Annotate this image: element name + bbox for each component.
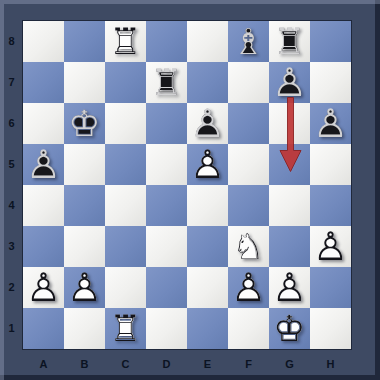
square-e6[interactable]: ♟♙: [187, 103, 228, 144]
piece-black-pawn[interactable]: ♟♙: [23, 144, 64, 185]
file-label-e: E: [187, 352, 228, 376]
file-label-a: A: [23, 352, 64, 376]
piece-white-rook[interactable]: ♜♖: [105, 21, 146, 62]
square-f4[interactable]: [228, 185, 269, 226]
square-e4[interactable]: [187, 185, 228, 226]
board: ♜♖♝♗♜♖♜♖♟♙♚♔♟♙♟♙♟♙♟♙♞♘♟♙♟♙♟♙♟♙♟♙♜♖♚♔: [23, 21, 351, 349]
square-a5[interactable]: ♟♙: [23, 144, 64, 185]
square-b4[interactable]: [64, 185, 105, 226]
piece-white-pawn[interactable]: ♟♙: [269, 267, 310, 308]
black-rook-outline: ♖: [146, 62, 187, 103]
square-c8[interactable]: ♜♖: [105, 21, 146, 62]
black-pawn-outline: ♙: [187, 103, 228, 144]
black-rook-outline: ♖: [269, 21, 310, 62]
square-d6[interactable]: [146, 103, 187, 144]
square-g3[interactable]: [269, 226, 310, 267]
square-h4[interactable]: [310, 185, 351, 226]
white-pawn-outline: ♙: [23, 267, 64, 308]
square-d1[interactable]: [146, 308, 187, 349]
file-label-c: C: [105, 352, 146, 376]
square-h2[interactable]: [310, 267, 351, 308]
square-h1[interactable]: [310, 308, 351, 349]
square-f3[interactable]: ♞♘: [228, 226, 269, 267]
square-g1[interactable]: ♚♔: [269, 308, 310, 349]
square-e3[interactable]: [187, 226, 228, 267]
file-label-d: D: [146, 352, 187, 376]
square-a1[interactable]: [23, 308, 64, 349]
white-rook-outline: ♖: [105, 308, 146, 349]
rank-label-1: 1: [0, 308, 23, 349]
square-b5[interactable]: [64, 144, 105, 185]
rank-label-3: 3: [0, 226, 23, 267]
piece-white-rook[interactable]: ♜♖: [105, 308, 146, 349]
piece-black-rook[interactable]: ♜♖: [269, 21, 310, 62]
square-a7[interactable]: [23, 62, 64, 103]
square-g7[interactable]: ♟♙: [269, 62, 310, 103]
rank-label-7: 7: [0, 62, 23, 103]
chessboard-frame: ♜♖♝♗♜♖♜♖♟♙♚♔♟♙♟♙♟♙♟♙♞♘♟♙♟♙♟♙♟♙♟♙♜♖♚♔ 876…: [0, 0, 380, 380]
square-c2[interactable]: [105, 267, 146, 308]
square-f2[interactable]: ♟♙: [228, 267, 269, 308]
square-h5[interactable]: [310, 144, 351, 185]
square-g4[interactable]: [269, 185, 310, 226]
square-e2[interactable]: [187, 267, 228, 308]
rank-label-2: 2: [0, 267, 23, 308]
white-pawn-outline: ♙: [310, 226, 351, 267]
black-pawn-outline: ♙: [269, 62, 310, 103]
square-b2[interactable]: ♟♙: [64, 267, 105, 308]
piece-white-pawn[interactable]: ♟♙: [64, 267, 105, 308]
square-f6[interactable]: [228, 103, 269, 144]
white-king-outline: ♔: [269, 308, 310, 349]
black-pawn-outline: ♙: [23, 144, 64, 185]
square-d5[interactable]: [146, 144, 187, 185]
piece-black-pawn[interactable]: ♟♙: [187, 103, 228, 144]
black-king-outline: ♔: [64, 103, 105, 144]
piece-white-pawn[interactable]: ♟♙: [228, 267, 269, 308]
square-g8[interactable]: ♜♖: [269, 21, 310, 62]
white-pawn-outline: ♙: [64, 267, 105, 308]
square-c6[interactable]: [105, 103, 146, 144]
square-f8[interactable]: ♝♗: [228, 21, 269, 62]
rank-label-8: 8: [0, 21, 23, 62]
square-c1[interactable]: ♜♖: [105, 308, 146, 349]
square-d4[interactable]: [146, 185, 187, 226]
square-h6[interactable]: ♟♙: [310, 103, 351, 144]
square-a4[interactable]: [23, 185, 64, 226]
black-bishop-outline: ♗: [228, 21, 269, 62]
square-d2[interactable]: [146, 267, 187, 308]
square-g2[interactable]: ♟♙: [269, 267, 310, 308]
piece-black-bishop[interactable]: ♝♗: [228, 21, 269, 62]
square-a3[interactable]: [23, 226, 64, 267]
square-a2[interactable]: ♟♙: [23, 267, 64, 308]
square-e1[interactable]: [187, 308, 228, 349]
rank-label-5: 5: [0, 144, 23, 185]
square-b8[interactable]: [64, 21, 105, 62]
square-f1[interactable]: [228, 308, 269, 349]
white-pawn-outline: ♙: [269, 267, 310, 308]
rank-label-6: 6: [0, 103, 23, 144]
square-h8[interactable]: [310, 21, 351, 62]
square-g5[interactable]: [269, 144, 310, 185]
piece-white-pawn[interactable]: ♟♙: [310, 226, 351, 267]
piece-white-king[interactable]: ♚♔: [269, 308, 310, 349]
square-b6[interactable]: ♚♔: [64, 103, 105, 144]
white-pawn-outline: ♙: [187, 144, 228, 185]
white-pawn-outline: ♙: [228, 267, 269, 308]
square-d8[interactable]: [146, 21, 187, 62]
square-d7[interactable]: ♜♖: [146, 62, 187, 103]
piece-black-pawn[interactable]: ♟♙: [269, 62, 310, 103]
square-c3[interactable]: [105, 226, 146, 267]
black-pawn-outline: ♙: [310, 103, 351, 144]
file-label-h: H: [310, 352, 351, 376]
square-a8[interactable]: [23, 21, 64, 62]
square-c7[interactable]: [105, 62, 146, 103]
white-knight-outline: ♘: [228, 226, 269, 267]
square-e7[interactable]: [187, 62, 228, 103]
file-label-b: B: [64, 352, 105, 376]
square-e5[interactable]: ♟♙: [187, 144, 228, 185]
square-g6[interactable]: [269, 103, 310, 144]
piece-white-knight[interactable]: ♞♘: [228, 226, 269, 267]
square-f5[interactable]: [228, 144, 269, 185]
square-h7[interactable]: [310, 62, 351, 103]
square-c5[interactable]: [105, 144, 146, 185]
file-label-f: F: [228, 352, 269, 376]
piece-white-pawn[interactable]: ♟♙: [187, 144, 228, 185]
square-f7[interactable]: [228, 62, 269, 103]
white-rook-outline: ♖: [105, 21, 146, 62]
square-a6[interactable]: [23, 103, 64, 144]
square-d3[interactable]: [146, 226, 187, 267]
square-h3[interactable]: ♟♙: [310, 226, 351, 267]
piece-black-king[interactable]: ♚♔: [64, 103, 105, 144]
square-b7[interactable]: [64, 62, 105, 103]
square-c4[interactable]: [105, 185, 146, 226]
piece-black-pawn[interactable]: ♟♙: [310, 103, 351, 144]
square-b1[interactable]: [64, 308, 105, 349]
rank-label-4: 4: [0, 185, 23, 226]
piece-black-rook[interactable]: ♜♖: [146, 62, 187, 103]
square-e8[interactable]: [187, 21, 228, 62]
file-label-g: G: [269, 352, 310, 376]
square-b3[interactable]: [64, 226, 105, 267]
piece-white-pawn[interactable]: ♟♙: [23, 267, 64, 308]
